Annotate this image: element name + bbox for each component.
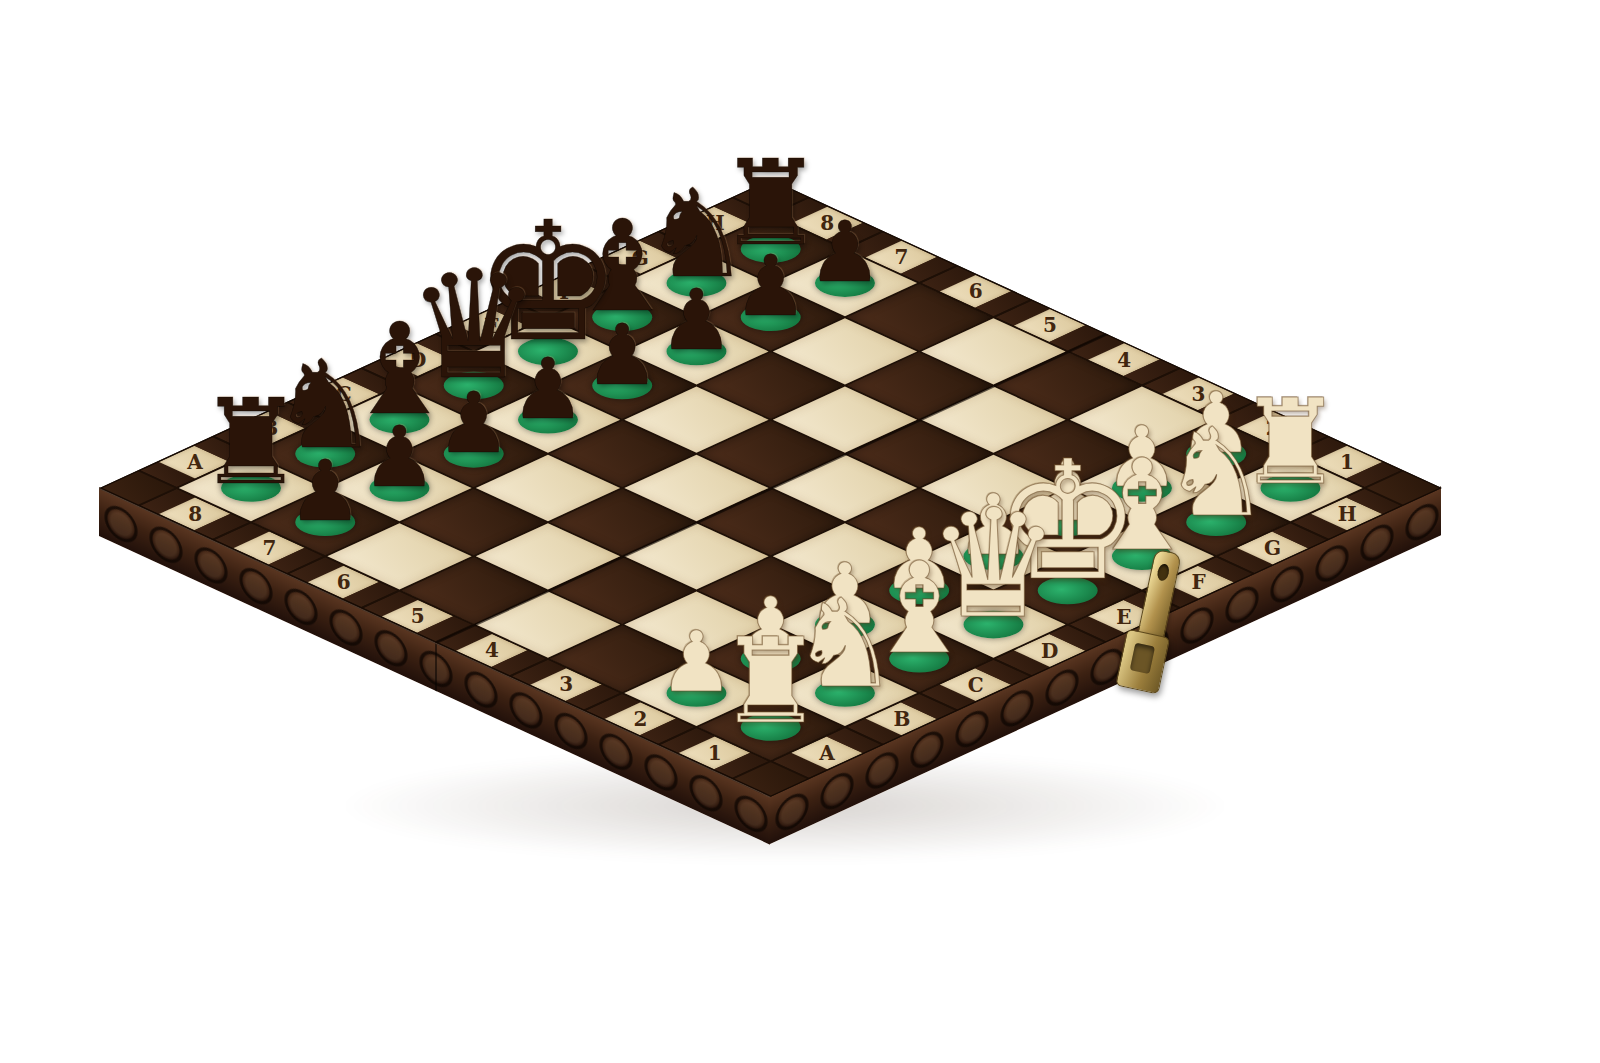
rank-label: 6 xyxy=(336,570,350,594)
photo-stage: ABCDEFGH8877665544332211ABCDEFGH♜♞♝♛♚♝♞♜… xyxy=(0,0,1600,1063)
clasp-arm-icon xyxy=(1137,549,1182,643)
piece-glyph: ♜ xyxy=(696,557,846,737)
board[interactable]: ABCDEFGH8877665544332211ABCDEFGH♜♞♝♛♚♝♞♜… xyxy=(100,179,1442,796)
rank-label: 6 xyxy=(968,279,982,303)
rank-label: 3 xyxy=(559,673,573,697)
rank-label: 5 xyxy=(411,604,425,628)
piece-glyph: ♟ xyxy=(250,352,400,532)
clasp-body-icon xyxy=(1115,629,1170,695)
rank-label: 7 xyxy=(262,536,276,560)
rank-label: 4 xyxy=(485,638,499,662)
rank-label: 5 xyxy=(1043,314,1057,338)
rank-label: 2 xyxy=(633,707,647,731)
